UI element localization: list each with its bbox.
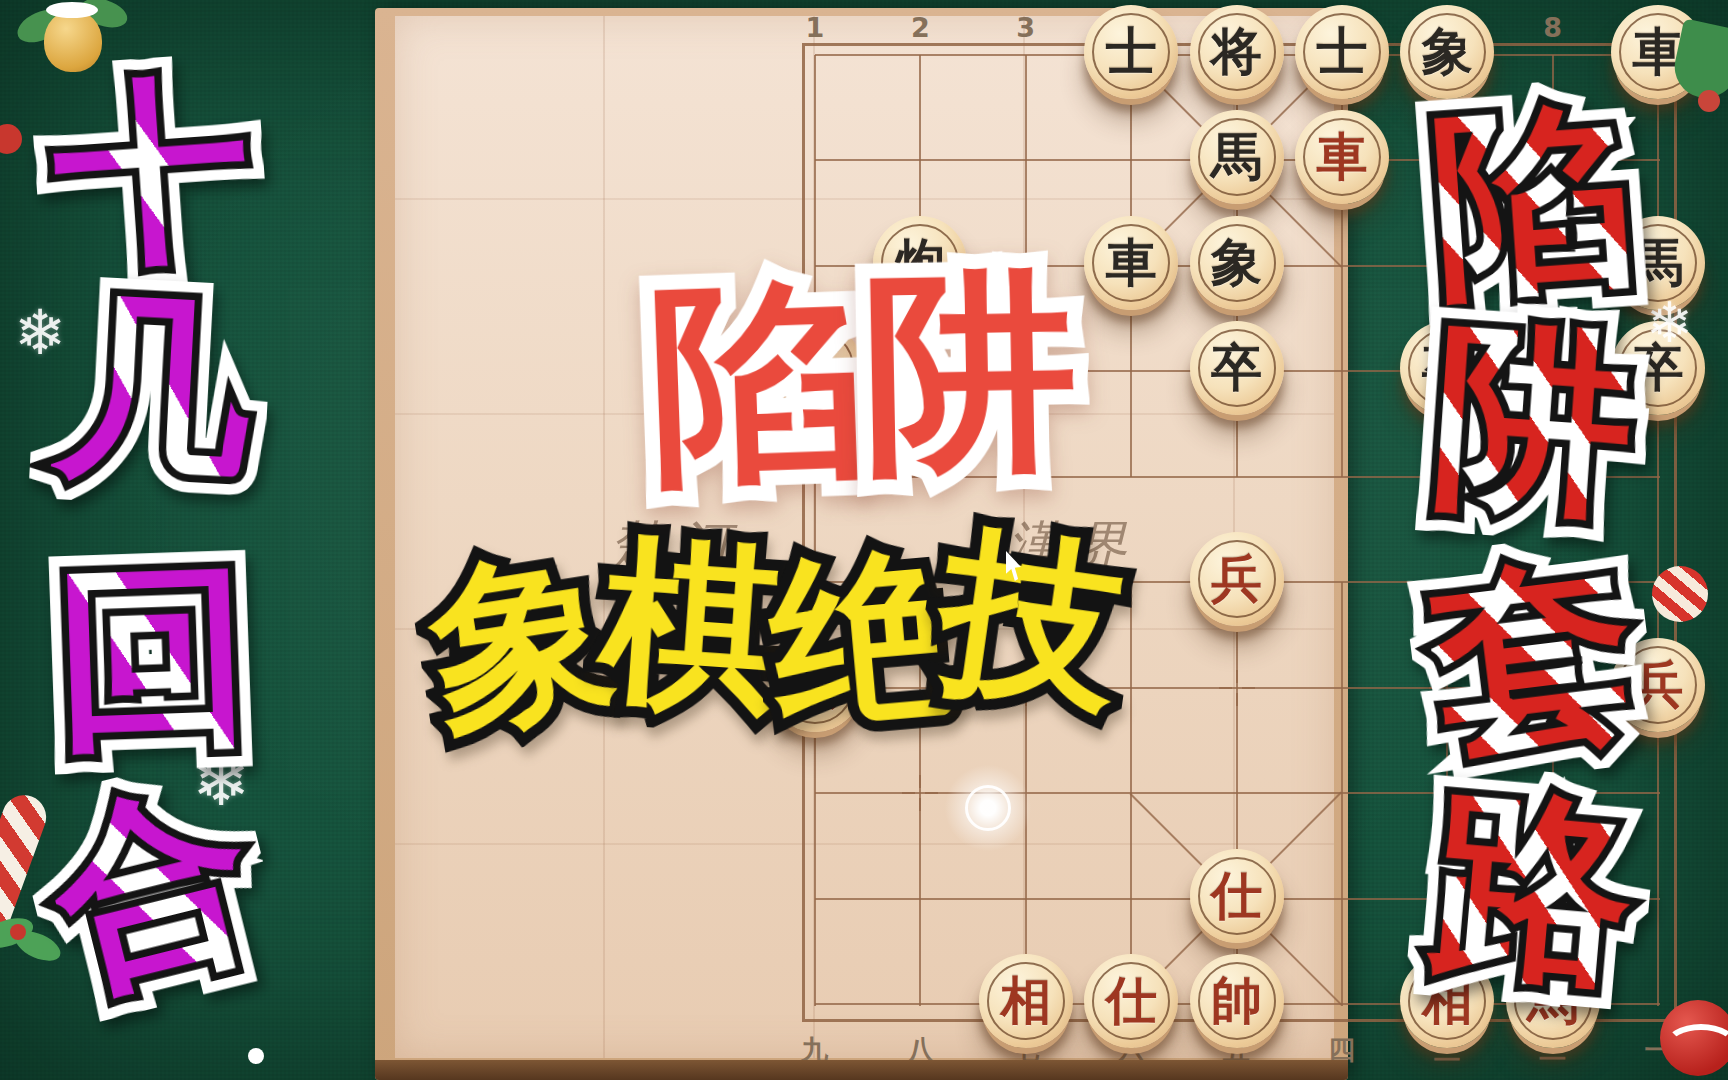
center-yellow-char-fill: 绝 <box>763 526 961 750</box>
center-yellow-char: 技 <box>930 518 1133 721</box>
highlight-sparkle <box>943 763 1033 853</box>
piece-glyph: 車 <box>1316 114 1367 200</box>
piece-black-chariot[interactable]: 車 <box>1084 216 1178 310</box>
piece-glyph: 士 <box>1106 9 1157 95</box>
center-yellow-char-fill: 象 <box>417 524 627 759</box>
right-caption-char-fill: 路 <box>1423 763 1643 1013</box>
top-file-number: 3 <box>996 12 1056 43</box>
right-caption-char: 陷 <box>1426 93 1639 306</box>
piece-glyph: 馬 <box>1211 114 1262 200</box>
striped-candy-ball-icon <box>1652 566 1708 622</box>
piece-glyph: 仕 <box>1106 958 1157 1044</box>
point-marker <box>902 775 938 811</box>
piece-glyph: 象 <box>1422 9 1473 95</box>
piece-red-elephant[interactable]: 相 <box>979 954 1073 1048</box>
snowflake-icon: ❄ <box>1646 290 1693 355</box>
piece-glyph: 士 <box>1316 9 1367 95</box>
thumbnail-stage: 123456789九八七六五四三二一 楚河 漢界 士将士象車馬車炮車象馬卒卒卒卒… <box>0 0 1728 1080</box>
piece-glyph: 兵 <box>1211 536 1262 622</box>
center-red-char: 陷 <box>646 270 868 492</box>
center-red-char: 阱 <box>860 262 1079 481</box>
top-file-number: 8 <box>1523 12 1583 43</box>
bottom-file-number: 四 <box>1312 1032 1372 1068</box>
center-red-char-fill: 陷 <box>646 252 870 510</box>
piece-red-advisor[interactable]: 仕 <box>1084 954 1178 1048</box>
left-caption-char: 回 <box>52 557 254 759</box>
left-caption-char-fill: 几 <box>49 271 256 508</box>
piece-black-advisor[interactable]: 士 <box>1084 5 1178 99</box>
piece-black-general[interactable]: 将 <box>1190 5 1284 99</box>
piece-red-general[interactable]: 帥 <box>1190 954 1284 1048</box>
top-file-number: 2 <box>890 12 950 43</box>
bottom-file-number: 八 <box>890 1032 950 1068</box>
piece-red-chariot[interactable]: 車 <box>1295 110 1389 204</box>
center-yellow-char-fill: 棋 <box>595 515 789 736</box>
right-caption-char: 阱 <box>1426 313 1639 526</box>
piece-black-elephant[interactable]: 象 <box>1400 5 1494 99</box>
piece-black-soldier[interactable]: 卒 <box>1190 321 1284 415</box>
left-caption-char-fill: 回 <box>51 541 254 775</box>
piece-glyph: 車 <box>1106 220 1157 306</box>
right-caption-char: 套 <box>1422 547 1645 770</box>
left-caption-char: 十 <box>48 68 256 276</box>
bottom-file-number: 九 <box>785 1032 845 1068</box>
left-caption-char-fill: 十 <box>47 52 257 292</box>
top-file-number: 1 <box>785 12 845 43</box>
piece-glyph: 象 <box>1211 220 1262 306</box>
piece-glyph: 相 <box>1000 958 1051 1044</box>
piece-glyph: 帥 <box>1211 958 1262 1044</box>
piece-glyph: 仕 <box>1211 853 1262 939</box>
right-caption-char: 路 <box>1425 780 1642 997</box>
bottom-right-ornament-icon <box>1660 1000 1728 1076</box>
piece-red-soldier[interactable]: 兵 <box>1190 532 1284 626</box>
center-yellow-char-fill: 技 <box>928 503 1135 735</box>
right-caption-char-fill: 阱 <box>1425 296 1641 542</box>
center-red-char-fill: 阱 <box>860 244 1079 499</box>
center-yellow-char: 棋 <box>596 530 788 722</box>
left-caption-char: 几 <box>50 287 255 492</box>
sparkle-ring-icon <box>965 785 1011 831</box>
center-yellow-char: 象 <box>419 539 625 745</box>
christmas-tree-corner-icon <box>1650 24 1728 144</box>
snow-dot <box>248 1048 264 1064</box>
piece-red-advisor[interactable]: 仕 <box>1190 849 1284 943</box>
piece-black-elephant[interactable]: 象 <box>1190 216 1284 310</box>
piece-glyph: 卒 <box>1211 325 1262 411</box>
piece-black-advisor[interactable]: 士 <box>1295 5 1389 99</box>
right-caption-char-fill: 陷 <box>1425 76 1641 322</box>
red-ornament-icon <box>0 124 22 154</box>
piece-glyph: 将 <box>1211 9 1262 95</box>
piece-black-horse[interactable]: 馬 <box>1190 110 1284 204</box>
right-caption-char-fill: 套 <box>1419 530 1646 786</box>
point-marker <box>1219 670 1255 706</box>
